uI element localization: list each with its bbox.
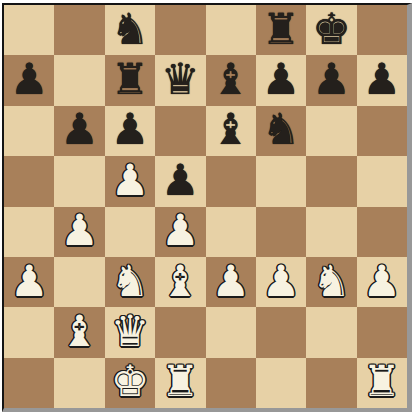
square-c7[interactable]: ♜ bbox=[105, 55, 155, 105]
black-rook[interactable]: ♜ bbox=[262, 8, 301, 51]
square-f7[interactable]: ♟ bbox=[256, 55, 306, 105]
square-h6[interactable] bbox=[357, 106, 407, 156]
square-h8[interactable] bbox=[357, 5, 407, 55]
white-knight[interactable]: ♞ bbox=[111, 260, 150, 303]
white-king[interactable]: ♚ bbox=[111, 360, 150, 403]
square-e8[interactable] bbox=[206, 5, 256, 55]
square-a4[interactable] bbox=[4, 207, 54, 257]
square-g6[interactable] bbox=[306, 106, 356, 156]
square-b2[interactable]: ♝ bbox=[54, 307, 104, 357]
square-a5[interactable] bbox=[4, 156, 54, 206]
square-e1[interactable] bbox=[206, 358, 256, 408]
square-c6[interactable]: ♟ bbox=[105, 106, 155, 156]
white-pawn[interactable]: ♟ bbox=[161, 209, 200, 252]
square-a7[interactable]: ♟ bbox=[4, 55, 54, 105]
square-c5[interactable]: ♟ bbox=[105, 156, 155, 206]
white-pawn[interactable]: ♟ bbox=[10, 260, 49, 303]
square-f3[interactable]: ♟ bbox=[256, 257, 306, 307]
black-king[interactable]: ♚ bbox=[312, 8, 351, 51]
square-d1[interactable]: ♜ bbox=[155, 358, 205, 408]
black-pawn[interactable]: ♟ bbox=[111, 108, 150, 151]
black-pawn[interactable]: ♟ bbox=[60, 108, 99, 151]
square-e5[interactable] bbox=[206, 156, 256, 206]
black-knight[interactable]: ♞ bbox=[262, 108, 301, 151]
white-queen[interactable]: ♛ bbox=[111, 310, 150, 353]
square-g2[interactable] bbox=[306, 307, 356, 357]
square-f8[interactable]: ♜ bbox=[256, 5, 306, 55]
black-bishop[interactable]: ♝ bbox=[211, 58, 250, 101]
white-pawn[interactable]: ♟ bbox=[262, 260, 301, 303]
white-pawn[interactable]: ♟ bbox=[211, 260, 250, 303]
square-f6[interactable]: ♞ bbox=[256, 106, 306, 156]
square-c1[interactable]: ♚ bbox=[105, 358, 155, 408]
black-rook[interactable]: ♜ bbox=[111, 58, 150, 101]
square-e7[interactable]: ♝ bbox=[206, 55, 256, 105]
square-a1[interactable] bbox=[4, 358, 54, 408]
square-d7[interactable]: ♛ bbox=[155, 55, 205, 105]
board-frame: ♞♜♚♟♜♛♝♟♟♟♟♟♝♞♟♟♟♟♟♞♝♟♟♞♟♝♛♚♜♜ bbox=[2, 3, 412, 412]
square-d4[interactable]: ♟ bbox=[155, 207, 205, 257]
white-pawn[interactable]: ♟ bbox=[60, 209, 99, 252]
square-b5[interactable] bbox=[54, 156, 104, 206]
square-g4[interactable] bbox=[306, 207, 356, 257]
square-e6[interactable]: ♝ bbox=[206, 106, 256, 156]
square-d5[interactable]: ♟ bbox=[155, 156, 205, 206]
square-d3[interactable]: ♝ bbox=[155, 257, 205, 307]
black-pawn[interactable]: ♟ bbox=[161, 159, 200, 202]
white-rook[interactable]: ♜ bbox=[161, 360, 200, 403]
chess-board: ♞♜♚♟♜♛♝♟♟♟♟♟♝♞♟♟♟♟♟♞♝♟♟♞♟♝♛♚♜♜ bbox=[4, 5, 407, 408]
square-g3[interactable]: ♞ bbox=[306, 257, 356, 307]
white-pawn[interactable]: ♟ bbox=[111, 159, 150, 202]
square-c4[interactable] bbox=[105, 207, 155, 257]
square-h2[interactable] bbox=[357, 307, 407, 357]
black-pawn[interactable]: ♟ bbox=[363, 58, 402, 101]
chess-diagram: ♞♜♚♟♜♛♝♟♟♟♟♟♝♞♟♟♟♟♟♞♝♟♟♞♟♝♛♚♜♜ bbox=[0, 0, 412, 412]
black-bishop[interactable]: ♝ bbox=[211, 108, 250, 151]
white-bishop[interactable]: ♝ bbox=[161, 260, 200, 303]
white-knight[interactable]: ♞ bbox=[312, 260, 351, 303]
square-e2[interactable] bbox=[206, 307, 256, 357]
square-h5[interactable] bbox=[357, 156, 407, 206]
black-knight[interactable]: ♞ bbox=[111, 8, 150, 51]
square-c2[interactable]: ♛ bbox=[105, 307, 155, 357]
square-g1[interactable] bbox=[306, 358, 356, 408]
white-rook[interactable]: ♜ bbox=[363, 360, 402, 403]
square-b7[interactable] bbox=[54, 55, 104, 105]
square-b8[interactable] bbox=[54, 5, 104, 55]
square-h7[interactable]: ♟ bbox=[357, 55, 407, 105]
square-h1[interactable]: ♜ bbox=[357, 358, 407, 408]
square-f5[interactable] bbox=[256, 156, 306, 206]
black-queen[interactable]: ♛ bbox=[161, 58, 200, 101]
square-d8[interactable] bbox=[155, 5, 205, 55]
square-e3[interactable]: ♟ bbox=[206, 257, 256, 307]
square-h4[interactable] bbox=[357, 207, 407, 257]
square-a2[interactable] bbox=[4, 307, 54, 357]
white-pawn[interactable]: ♟ bbox=[363, 260, 402, 303]
square-g8[interactable]: ♚ bbox=[306, 5, 356, 55]
square-f2[interactable] bbox=[256, 307, 306, 357]
square-a8[interactable] bbox=[4, 5, 54, 55]
square-c3[interactable]: ♞ bbox=[105, 257, 155, 307]
square-a6[interactable] bbox=[4, 106, 54, 156]
square-b1[interactable] bbox=[54, 358, 104, 408]
square-f1[interactable] bbox=[256, 358, 306, 408]
square-b4[interactable]: ♟ bbox=[54, 207, 104, 257]
square-g5[interactable] bbox=[306, 156, 356, 206]
black-pawn[interactable]: ♟ bbox=[262, 58, 301, 101]
square-d2[interactable] bbox=[155, 307, 205, 357]
square-e4[interactable] bbox=[206, 207, 256, 257]
black-pawn[interactable]: ♟ bbox=[10, 58, 49, 101]
square-f4[interactable] bbox=[256, 207, 306, 257]
black-pawn[interactable]: ♟ bbox=[312, 58, 351, 101]
square-h3[interactable]: ♟ bbox=[357, 257, 407, 307]
white-bishop[interactable]: ♝ bbox=[60, 310, 99, 353]
square-a3[interactable]: ♟ bbox=[4, 257, 54, 307]
square-g7[interactable]: ♟ bbox=[306, 55, 356, 105]
square-b3[interactable] bbox=[54, 257, 104, 307]
square-d6[interactable] bbox=[155, 106, 205, 156]
square-b6[interactable]: ♟ bbox=[54, 106, 104, 156]
square-c8[interactable]: ♞ bbox=[105, 5, 155, 55]
